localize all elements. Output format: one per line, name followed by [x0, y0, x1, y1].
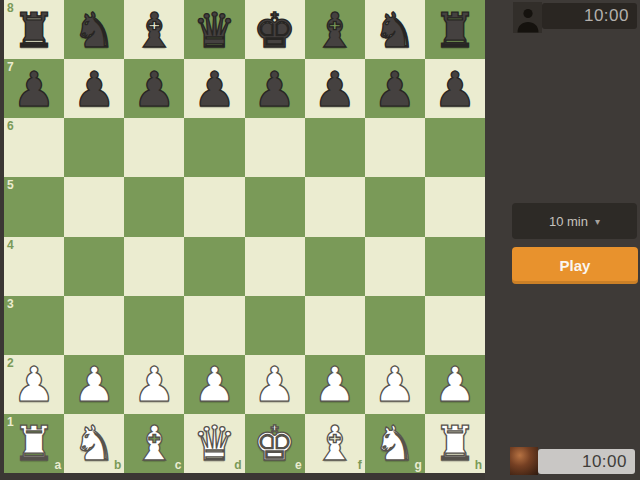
square-d3[interactable] — [184, 296, 244, 355]
square-h1[interactable]: h♜ — [425, 414, 485, 473]
file-label-a: a — [54, 459, 61, 471]
square-h4[interactable] — [425, 237, 485, 296]
square-b7[interactable]: ♟ — [64, 59, 124, 118]
piece-black-queen[interactable]: ♛ — [193, 6, 236, 54]
time-control-label: 10 min — [549, 214, 588, 229]
file-label-c: c — [175, 459, 182, 471]
piece-white-pawn[interactable]: ♟ — [373, 360, 416, 408]
chess-board: 8♜♞♝♛♚♝♞♜7♟♟♟♟♟♟♟♟65432♟♟♟♟♟♟♟♟1a♜b♞c♝d♛… — [4, 0, 485, 473]
time-control-dropdown[interactable]: 10 min ▾ — [512, 203, 637, 239]
rank-label-5: 5 — [7, 179, 14, 191]
file-label-d: d — [234, 459, 241, 471]
square-a8[interactable]: 8♜ — [4, 0, 64, 59]
square-a6[interactable]: 6 — [4, 118, 64, 177]
square-a2[interactable]: 2♟ — [4, 355, 64, 414]
square-e2[interactable]: ♟ — [245, 355, 305, 414]
file-label-e: e — [295, 459, 302, 471]
piece-white-pawn[interactable]: ♟ — [13, 360, 56, 408]
square-d4[interactable] — [184, 237, 244, 296]
square-g8[interactable]: ♞ — [365, 0, 425, 59]
square-d1[interactable]: d♛ — [184, 414, 244, 473]
square-e7[interactable]: ♟ — [245, 59, 305, 118]
rank-label-7: 7 — [7, 61, 14, 73]
square-h2[interactable]: ♟ — [425, 355, 485, 414]
piece-white-pawn[interactable]: ♟ — [433, 360, 476, 408]
square-e8[interactable]: ♚ — [245, 0, 305, 59]
square-e6[interactable] — [245, 118, 305, 177]
square-b3[interactable] — [64, 296, 124, 355]
square-b8[interactable]: ♞ — [64, 0, 124, 59]
piece-black-bishop[interactable]: ♝ — [313, 6, 356, 54]
square-f6[interactable] — [305, 118, 365, 177]
square-f5[interactable] — [305, 177, 365, 236]
piece-white-knight[interactable]: ♞ — [373, 419, 416, 467]
square-a3[interactable]: 3 — [4, 296, 64, 355]
square-h5[interactable] — [425, 177, 485, 236]
square-b1[interactable]: b♞ — [64, 414, 124, 473]
rank-label-6: 6 — [7, 120, 14, 132]
opponent-clock: 10:00 — [542, 3, 637, 29]
square-h8[interactable]: ♜ — [425, 0, 485, 59]
square-c4[interactable] — [124, 237, 184, 296]
square-g1[interactable]: g♞ — [365, 414, 425, 473]
rank-label-8: 8 — [7, 2, 14, 14]
square-c5[interactable] — [124, 177, 184, 236]
square-b2[interactable]: ♟ — [64, 355, 124, 414]
opponent-clock-time: 10:00 — [584, 6, 629, 26]
square-d2[interactable]: ♟ — [184, 355, 244, 414]
file-label-b: b — [114, 459, 121, 471]
rank-label-2: 2 — [7, 357, 14, 369]
piece-black-bishop[interactable]: ♝ — [133, 6, 176, 54]
piece-white-bishop[interactable]: ♝ — [133, 419, 176, 467]
piece-black-knight[interactable]: ♞ — [373, 6, 416, 54]
piece-white-pawn[interactable]: ♟ — [253, 360, 296, 408]
square-c6[interactable] — [124, 118, 184, 177]
square-e4[interactable] — [245, 237, 305, 296]
piece-black-pawn[interactable]: ♟ — [13, 65, 56, 113]
square-h6[interactable] — [425, 118, 485, 177]
square-e3[interactable] — [245, 296, 305, 355]
square-c3[interactable] — [124, 296, 184, 355]
square-f4[interactable] — [305, 237, 365, 296]
square-d7[interactable]: ♟ — [184, 59, 244, 118]
square-g5[interactable] — [365, 177, 425, 236]
player-avatar — [510, 447, 538, 475]
square-a5[interactable]: 5 — [4, 177, 64, 236]
chevron-down-icon: ▾ — [595, 216, 600, 227]
piece-white-rook[interactable]: ♜ — [13, 419, 56, 467]
square-g2[interactable]: ♟ — [365, 355, 425, 414]
piece-white-rook[interactable]: ♜ — [433, 419, 476, 467]
rank-label-1: 1 — [7, 416, 14, 428]
square-a7[interactable]: 7♟ — [4, 59, 64, 118]
player-clock-time: 10:00 — [582, 452, 627, 472]
square-g6[interactable] — [365, 118, 425, 177]
square-a1[interactable]: 1a♜ — [4, 414, 64, 473]
square-g3[interactable] — [365, 296, 425, 355]
square-d5[interactable] — [184, 177, 244, 236]
square-b6[interactable] — [64, 118, 124, 177]
square-g7[interactable]: ♟ — [365, 59, 425, 118]
square-f7[interactable]: ♟ — [305, 59, 365, 118]
square-d8[interactable]: ♛ — [184, 0, 244, 59]
piece-white-king[interactable]: ♚ — [253, 419, 296, 467]
piece-black-king[interactable]: ♚ — [253, 6, 296, 54]
piece-white-pawn[interactable]: ♟ — [193, 360, 236, 408]
piece-black-pawn[interactable]: ♟ — [433, 65, 476, 113]
piece-black-rook[interactable]: ♜ — [13, 6, 56, 54]
square-f1[interactable]: f♝ — [305, 414, 365, 473]
piece-white-bishop[interactable]: ♝ — [313, 419, 356, 467]
square-e1[interactable]: e♚ — [245, 414, 305, 473]
piece-black-pawn[interactable]: ♟ — [373, 65, 416, 113]
square-h3[interactable] — [425, 296, 485, 355]
rank-label-3: 3 — [7, 298, 14, 310]
square-e5[interactable] — [245, 177, 305, 236]
file-label-h: h — [475, 459, 482, 471]
square-c7[interactable]: ♟ — [124, 59, 184, 118]
piece-white-pawn[interactable]: ♟ — [133, 360, 176, 408]
square-f2[interactable]: ♟ — [305, 355, 365, 414]
square-h7[interactable]: ♟ — [425, 59, 485, 118]
sidebar: 10:00 10 min ▾ Play 10:00 — [485, 0, 640, 480]
piece-black-pawn[interactable]: ♟ — [133, 65, 176, 113]
square-f8[interactable]: ♝ — [305, 0, 365, 59]
square-c1[interactable]: c♝ — [124, 414, 184, 473]
square-d6[interactable] — [184, 118, 244, 177]
square-a4[interactable]: 4 — [4, 237, 64, 296]
square-c8[interactable]: ♝ — [124, 0, 184, 59]
play-button[interactable]: Play — [512, 247, 638, 284]
play-button-label: Play — [560, 257, 591, 274]
opponent-avatar — [513, 2, 542, 33]
piece-white-knight[interactable]: ♞ — [73, 419, 116, 467]
piece-white-queen[interactable]: ♛ — [193, 419, 236, 467]
piece-black-knight[interactable]: ♞ — [73, 6, 116, 54]
file-label-g: g — [415, 459, 422, 471]
piece-black-pawn[interactable]: ♟ — [193, 65, 236, 113]
square-f3[interactable] — [305, 296, 365, 355]
piece-white-pawn[interactable]: ♟ — [73, 360, 116, 408]
piece-black-pawn[interactable]: ♟ — [313, 65, 356, 113]
player-clock: 10:00 — [538, 449, 635, 474]
piece-black-pawn[interactable]: ♟ — [253, 65, 296, 113]
piece-white-pawn[interactable]: ♟ — [313, 360, 356, 408]
file-label-f: f — [358, 459, 362, 471]
square-g4[interactable] — [365, 237, 425, 296]
square-b5[interactable] — [64, 177, 124, 236]
square-c2[interactable]: ♟ — [124, 355, 184, 414]
piece-black-pawn[interactable]: ♟ — [73, 65, 116, 113]
square-b4[interactable] — [64, 237, 124, 296]
person-silhouette-icon — [516, 6, 540, 33]
rank-label-4: 4 — [7, 239, 14, 251]
piece-black-rook[interactable]: ♜ — [433, 6, 476, 54]
